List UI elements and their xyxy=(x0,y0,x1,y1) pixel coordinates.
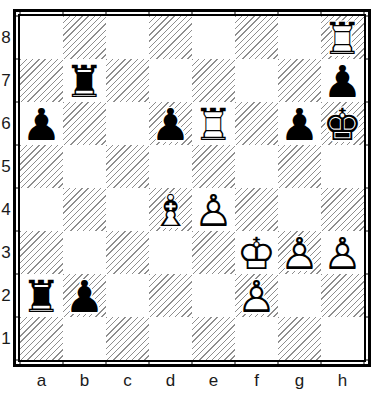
file-label-a: a xyxy=(20,371,63,391)
white-rook: ♜♖ xyxy=(192,102,235,145)
frame-ticks-top xyxy=(16,12,368,14)
frame-ticks-left xyxy=(16,12,18,364)
square-e6[interactable]: ♜♖ xyxy=(192,102,235,145)
file-label-h: h xyxy=(321,371,364,391)
square-d4[interactable]: ♝♗ xyxy=(149,188,192,231)
file-label-d: d xyxy=(149,371,192,391)
square-f2[interactable]: ♟♙ xyxy=(235,274,278,317)
black-rook: ♜ xyxy=(20,274,63,317)
square-f8[interactable] xyxy=(235,16,278,59)
square-b8[interactable] xyxy=(63,16,106,59)
square-g3[interactable]: ♟♙ xyxy=(278,231,321,274)
square-e4[interactable]: ♟♙ xyxy=(192,188,235,231)
square-e7[interactable] xyxy=(192,59,235,102)
square-h5[interactable] xyxy=(321,145,364,188)
file-label-f: f xyxy=(235,371,278,391)
square-h3[interactable]: ♟♙ xyxy=(321,231,364,274)
board-frame: ♜♖♜♟♟♟♜♖♟♚♝♗♟♙♚♔♟♙♟♙♜♟♟♙ xyxy=(13,9,371,367)
file-label-g: g xyxy=(278,371,321,391)
square-c7[interactable] xyxy=(106,59,149,102)
square-c3[interactable] xyxy=(106,231,149,274)
square-g1[interactable] xyxy=(278,317,321,360)
white-pawn: ♟♙ xyxy=(278,231,321,274)
square-c5[interactable] xyxy=(106,145,149,188)
rank-label-5: 5 xyxy=(0,145,12,188)
square-d8[interactable] xyxy=(149,16,192,59)
square-b7[interactable]: ♜ xyxy=(63,59,106,102)
square-a8[interactable] xyxy=(20,16,63,59)
square-b6[interactable] xyxy=(63,102,106,145)
black-pawn: ♟ xyxy=(63,274,106,317)
rank-label-1: 1 xyxy=(0,317,12,360)
black-pawn: ♟ xyxy=(20,102,63,145)
square-f4[interactable] xyxy=(235,188,278,231)
square-h8[interactable]: ♜♖ xyxy=(321,16,364,59)
square-g7[interactable] xyxy=(278,59,321,102)
square-a5[interactable] xyxy=(20,145,63,188)
white-pawn: ♟♙ xyxy=(192,188,235,231)
square-d1[interactable] xyxy=(149,317,192,360)
square-f3[interactable]: ♚♔ xyxy=(235,231,278,274)
square-h6[interactable]: ♚ xyxy=(321,102,364,145)
black-pawn: ♟ xyxy=(149,102,192,145)
square-b2[interactable]: ♟ xyxy=(63,274,106,317)
square-a2[interactable]: ♜ xyxy=(20,274,63,317)
square-d6[interactable]: ♟ xyxy=(149,102,192,145)
black-king: ♚ xyxy=(321,102,364,145)
black-rook: ♜ xyxy=(63,59,106,102)
square-d7[interactable] xyxy=(149,59,192,102)
file-label-b: b xyxy=(63,371,106,391)
white-bishop: ♝♗ xyxy=(149,188,192,231)
square-g5[interactable] xyxy=(278,145,321,188)
square-e5[interactable] xyxy=(192,145,235,188)
square-b4[interactable] xyxy=(63,188,106,231)
square-c4[interactable] xyxy=(106,188,149,231)
square-d3[interactable] xyxy=(149,231,192,274)
rank-label-4: 4 xyxy=(0,188,12,231)
square-f1[interactable] xyxy=(235,317,278,360)
white-rook: ♜♖ xyxy=(321,16,364,59)
rank-label-7: 7 xyxy=(0,59,12,102)
square-f7[interactable] xyxy=(235,59,278,102)
square-a3[interactable] xyxy=(20,231,63,274)
white-pawn: ♟♙ xyxy=(321,231,364,274)
square-b3[interactable] xyxy=(63,231,106,274)
square-b5[interactable] xyxy=(63,145,106,188)
square-f5[interactable] xyxy=(235,145,278,188)
square-c1[interactable] xyxy=(106,317,149,360)
square-h2[interactable] xyxy=(321,274,364,317)
square-b1[interactable] xyxy=(63,317,106,360)
square-c2[interactable] xyxy=(106,274,149,317)
black-pawn: ♟ xyxy=(321,59,364,102)
board: ♜♖♜♟♟♟♜♖♟♚♝♗♟♙♚♔♟♙♟♙♜♟♟♙ xyxy=(20,16,364,360)
square-e2[interactable] xyxy=(192,274,235,317)
square-c6[interactable] xyxy=(106,102,149,145)
square-h4[interactable] xyxy=(321,188,364,231)
square-e3[interactable] xyxy=(192,231,235,274)
square-f6[interactable] xyxy=(235,102,278,145)
square-d2[interactable] xyxy=(149,274,192,317)
white-king: ♚♔ xyxy=(235,231,278,274)
black-pawn: ♟ xyxy=(278,102,321,145)
rank-label-3: 3 xyxy=(0,231,12,274)
square-a7[interactable] xyxy=(20,59,63,102)
square-g2[interactable] xyxy=(278,274,321,317)
square-h7[interactable]: ♟ xyxy=(321,59,364,102)
rank-label-2: 2 xyxy=(0,274,12,317)
rank-label-6: 6 xyxy=(0,102,12,145)
square-d5[interactable] xyxy=(149,145,192,188)
file-label-e: e xyxy=(192,371,235,391)
square-a1[interactable] xyxy=(20,317,63,360)
square-c8[interactable] xyxy=(106,16,149,59)
board-inner-border: ♜♖♜♟♟♟♜♖♟♚♝♗♟♙♚♔♟♙♟♙♜♟♟♙ xyxy=(18,14,366,362)
square-g6[interactable]: ♟ xyxy=(278,102,321,145)
rank-label-8: 8 xyxy=(0,16,12,59)
square-e8[interactable] xyxy=(192,16,235,59)
square-e1[interactable] xyxy=(192,317,235,360)
square-a6[interactable]: ♟ xyxy=(20,102,63,145)
square-a4[interactable] xyxy=(20,188,63,231)
square-g4[interactable] xyxy=(278,188,321,231)
white-pawn: ♟♙ xyxy=(235,274,278,317)
file-label-c: c xyxy=(106,371,149,391)
frame-ticks-right xyxy=(366,12,368,364)
square-g8[interactable] xyxy=(278,16,321,59)
chess-diagram: ♜♖♜♟♟♟♜♖♟♚♝♗♟♙♚♔♟♙♟♙♜♟♟♙ 87654321 abcdef… xyxy=(0,0,387,394)
frame-ticks-bottom xyxy=(16,362,368,364)
square-h1[interactable] xyxy=(321,317,364,360)
